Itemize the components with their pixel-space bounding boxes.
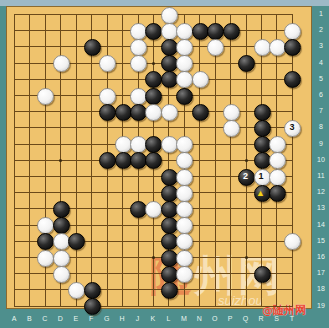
- coord-number: 16: [315, 253, 327, 261]
- stone-white[interactable]: [284, 23, 301, 40]
- stone-black[interactable]: [53, 201, 70, 218]
- coord-number: 6: [315, 91, 327, 99]
- coord-letter: G: [103, 315, 111, 323]
- coord-number: 10: [315, 156, 327, 164]
- stone-white[interactable]: [161, 7, 178, 24]
- coord-letter: E: [72, 315, 80, 323]
- coord-number: 4: [315, 59, 327, 67]
- stone-white[interactable]: [254, 169, 271, 186]
- stone-white[interactable]: [161, 136, 178, 153]
- stone-black[interactable]: [161, 282, 178, 299]
- grid-line-v: [292, 14, 293, 307]
- stone-black[interactable]: [84, 39, 101, 56]
- grid-line-v: [199, 14, 200, 307]
- stone-black[interactable]: [84, 298, 101, 315]
- coord-letter: L: [164, 315, 172, 323]
- stone-white[interactable]: [53, 55, 70, 72]
- stone-black[interactable]: [161, 55, 178, 72]
- stone-black[interactable]: [254, 152, 271, 169]
- coord-letter: D: [56, 315, 64, 323]
- stone-black[interactable]: [161, 185, 178, 202]
- coord-letter: Q: [242, 315, 250, 323]
- coord-number: 14: [315, 221, 327, 229]
- coord-number: 3: [315, 42, 327, 50]
- stone-white[interactable]: [269, 136, 286, 153]
- stone-black[interactable]: [161, 39, 178, 56]
- stone-white[interactable]: [53, 266, 70, 283]
- coord-letter: S: [272, 315, 280, 323]
- stone-black[interactable]: [254, 120, 271, 137]
- coord-letter: J: [134, 315, 142, 323]
- star-point: [245, 159, 248, 162]
- stone-black[interactable]: [254, 104, 271, 121]
- coord-letter: R: [257, 315, 265, 323]
- stone-white[interactable]: [130, 39, 147, 56]
- stone-black[interactable]: [99, 104, 116, 121]
- stone-white[interactable]: [130, 55, 147, 72]
- coord-number: 13: [315, 204, 327, 212]
- coord-number: 5: [315, 75, 327, 83]
- stone-white[interactable]: [176, 185, 193, 202]
- coord-number: 1: [315, 10, 327, 18]
- stone-white[interactable]: [269, 169, 286, 186]
- stone-black[interactable]: [192, 104, 209, 121]
- star-point: [152, 256, 155, 259]
- grid-line-h: [14, 289, 293, 290]
- coord-number: 12: [315, 188, 327, 196]
- stone-white[interactable]: [223, 120, 240, 137]
- stone-black[interactable]: [145, 88, 162, 105]
- star-point: [245, 256, 248, 259]
- coord-letter: O: [211, 315, 219, 323]
- stone-black[interactable]: [161, 201, 178, 218]
- coord-letter: F: [87, 315, 95, 323]
- stone-white[interactable]: [53, 250, 70, 267]
- grid-line-h: [14, 306, 293, 307]
- stone-black[interactable]: [130, 104, 147, 121]
- coord-number: 18: [315, 285, 327, 293]
- stone-white[interactable]: [176, 169, 193, 186]
- coord-number: 2: [315, 26, 327, 34]
- stone-white[interactable]: [130, 136, 147, 153]
- stone-black[interactable]: [223, 23, 240, 40]
- stone-black[interactable]: [161, 217, 178, 234]
- star-point: [152, 62, 155, 65]
- stone-white[interactable]: [176, 266, 193, 283]
- go-app-window: 随州网 suizhou @随州网 ABCDEFGHJKLMNOPQRST1234…: [0, 0, 329, 328]
- stone-black[interactable]: [130, 201, 147, 218]
- stone-white[interactable]: [130, 23, 147, 40]
- stone-white[interactable]: [192, 71, 209, 88]
- coord-number: 17: [315, 269, 327, 277]
- coord-letter: A: [10, 315, 18, 323]
- coord-number: 11: [315, 172, 327, 180]
- grid-line-v: [230, 14, 231, 307]
- stone-white[interactable]: [223, 104, 240, 121]
- stone-white[interactable]: [176, 23, 193, 40]
- stone-black[interactable]: [207, 23, 224, 40]
- coord-number: 9: [315, 140, 327, 148]
- stone-black[interactable]: [176, 88, 193, 105]
- stone-black[interactable]: [269, 185, 286, 202]
- coord-number: 19: [315, 302, 327, 310]
- stone-white[interactable]: [115, 136, 132, 153]
- grid-line-h: [14, 192, 293, 193]
- stone-black[interactable]: [161, 266, 178, 283]
- stone-white[interactable]: [269, 39, 286, 56]
- coord-number: 8: [315, 123, 327, 131]
- stone-white[interactable]: [176, 250, 193, 267]
- coord-letter: N: [195, 315, 203, 323]
- stone-black[interactable]: [115, 104, 132, 121]
- coord-letter: H: [118, 315, 126, 323]
- stone-white[interactable]: [37, 88, 54, 105]
- coord-letter: M: [180, 315, 188, 323]
- stone-white[interactable]: [254, 39, 271, 56]
- stone-white[interactable]: [130, 88, 147, 105]
- coord-letter: K: [149, 315, 157, 323]
- coord-letter: B: [25, 315, 33, 323]
- stone-black[interactable]: [53, 217, 70, 234]
- stone-black[interactable]: [115, 152, 132, 169]
- stone-white[interactable]: [53, 233, 70, 250]
- stone-black[interactable]: [161, 169, 178, 186]
- stone-black[interactable]: [192, 23, 209, 40]
- stone-white[interactable]: [161, 104, 178, 121]
- coord-number: 15: [315, 237, 327, 245]
- stone-white[interactable]: [161, 23, 178, 40]
- coord-number: 7: [315, 107, 327, 115]
- stone-black[interactable]: [84, 282, 101, 299]
- stone-black[interactable]: [254, 185, 271, 202]
- stone-white[interactable]: [99, 88, 116, 105]
- stone-black[interactable]: [254, 266, 271, 283]
- coord-letter: C: [41, 315, 49, 323]
- stone-white[interactable]: [207, 39, 224, 56]
- coord-letter: T: [288, 315, 296, 323]
- stone-black[interactable]: [161, 250, 178, 267]
- stone-black[interactable]: [254, 136, 271, 153]
- coord-letter: P: [226, 315, 234, 323]
- stone-black[interactable]: [238, 169, 255, 186]
- stone-white[interactable]: [37, 250, 54, 267]
- grid-line-v: [215, 14, 216, 307]
